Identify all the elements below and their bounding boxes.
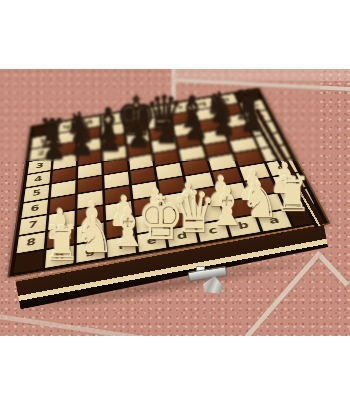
piece-black-pawn-d2: ♟	[155, 116, 179, 148]
rank-label: 7	[28, 220, 38, 230]
piece-white-knight-b8: ♞	[241, 175, 279, 225]
rank-label: 8	[26, 238, 37, 248]
piece-black-pawn-a2: ♟	[240, 104, 264, 136]
board-corner	[14, 251, 44, 274]
piece-black-pawn-g2: ♟	[70, 128, 94, 160]
piece-black-pawn-c2: ♟	[184, 112, 208, 144]
bottom-white-margin	[0, 336, 350, 415]
rank-label: 5	[32, 189, 41, 197]
tile-background: hgfedcba1122334455667788hgfedcba ♜♞♝♚♛♝♞…	[0, 69, 350, 336]
top-white-margin	[0, 0, 350, 69]
piece-black-pawn-b2: ♟	[212, 108, 236, 140]
piece-black-pawn-e2: ♟	[127, 120, 151, 152]
product-photo: hgfedcba1122334455667788hgfedcba ♜♞♝♚♛♝♞…	[0, 0, 350, 415]
piece-black-pawn-f2: ♟	[98, 124, 122, 156]
piece-black-pawn-h2: ♟	[42, 132, 66, 164]
rank-label: 4	[34, 175, 43, 183]
rank-label: 6	[30, 204, 40, 213]
piece-white-rook-a8: ♜	[275, 170, 312, 218]
piece-white-rook-h8: ♜	[44, 219, 81, 267]
